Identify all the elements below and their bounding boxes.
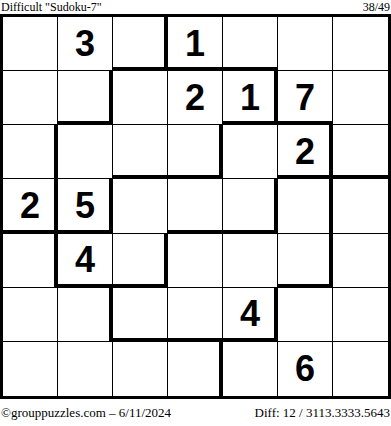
cell-r2c6: 7 [278,71,333,125]
difficulty-text: Diff: 12 / 3113.3333.5643 [255,405,390,421]
cell-r7c5[interactable] [223,342,278,396]
progress-counter: 38/49 [363,1,390,14]
cell-r2c2[interactable] [58,71,113,125]
cell-r3c4[interactable] [168,125,223,179]
cell-r1c1[interactable] [3,17,58,71]
cell-r7c7[interactable] [333,342,388,396]
cell-r1c7[interactable] [333,17,388,71]
cell-r5c1[interactable] [3,234,58,288]
cell-r5c6[interactable] [278,234,333,288]
cell-r6c7[interactable] [333,288,388,342]
cell-r7c4[interactable] [168,342,223,396]
cell-r1c3[interactable] [113,17,168,71]
cell-r3c1[interactable] [3,125,58,179]
cell-r6c4[interactable] [168,288,223,342]
cell-r2c3[interactable] [113,71,168,125]
cell-r1c4: 1 [168,17,223,71]
cell-r6c5: 4 [223,288,278,342]
cell-r4c3[interactable] [113,179,168,233]
cell-r3c6: 2 [278,125,333,179]
cell-r7c6: 6 [278,342,333,396]
cell-r3c2[interactable] [58,125,113,179]
cell-r7c2[interactable] [58,342,113,396]
cell-r5c3[interactable] [113,234,168,288]
cell-r4c5[interactable] [223,179,278,233]
cell-r5c2: 4 [58,234,113,288]
cell-r4c7[interactable] [333,179,388,233]
cell-r5c5[interactable] [223,234,278,288]
cell-r6c1[interactable] [3,288,58,342]
sudoku-grid: 31217225446 [0,14,391,399]
puzzle-title: Difficult "Sudoku-7" [1,1,102,14]
cell-r6c2[interactable] [58,288,113,342]
cell-r6c3[interactable] [113,288,168,342]
cell-r2c5: 1 [223,71,278,125]
cell-r6c6[interactable] [278,288,333,342]
cell-r4c6[interactable] [278,179,333,233]
cell-r2c1[interactable] [3,71,58,125]
cell-r3c7[interactable] [333,125,388,179]
cell-r2c4: 2 [168,71,223,125]
footer: ©grouppuzzles.com – 6/11/2024 Diff: 12 /… [0,399,391,426]
cell-r7c3[interactable] [113,342,168,396]
cell-r3c3[interactable] [113,125,168,179]
cell-r4c4[interactable] [168,179,223,233]
cell-r5c4[interactable] [168,234,223,288]
cell-r1c6[interactable] [278,17,333,71]
cell-r3c5[interactable] [223,125,278,179]
header: Difficult "Sudoku-7" 38/49 [0,0,391,14]
cell-r1c5[interactable] [223,17,278,71]
cell-r2c7[interactable] [333,71,388,125]
cell-r4c2: 5 [58,179,113,233]
copyright-text: ©grouppuzzles.com – 6/11/2024 [1,405,171,421]
cell-r5c7[interactable] [333,234,388,288]
cell-r7c1[interactable] [3,342,58,396]
cell-r4c1: 2 [3,179,58,233]
cell-r1c2: 3 [58,17,113,71]
